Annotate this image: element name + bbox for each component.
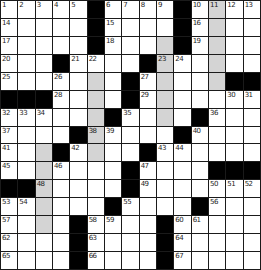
clue-number-65: 65 <box>2 252 10 260</box>
cell-r5c12[interactable] <box>192 73 208 90</box>
cell-r11c12[interactable] <box>192 180 208 197</box>
clue-number-61: 61 <box>193 216 201 224</box>
shaded-cell-r5c10[interactable] <box>157 73 173 90</box>
cell-r10c7[interactable] <box>105 162 121 179</box>
cell-r11c5[interactable] <box>70 180 86 197</box>
clue-number-53: 53 <box>2 198 10 206</box>
black-cell-r2c6 <box>88 19 104 36</box>
cell-r8c4[interactable] <box>53 127 69 144</box>
cell-r4c7[interactable] <box>105 55 121 72</box>
cell-r14c11[interactable]: 64 <box>174 234 190 251</box>
black-cell-r6c1 <box>1 91 17 108</box>
shaded-cell-r5c13[interactable] <box>209 73 225 90</box>
clue-number-35: 35 <box>123 109 131 117</box>
cell-r9c1[interactable]: 41 <box>1 144 17 161</box>
black-cell-r11c2 <box>18 180 34 197</box>
cell-r4c3[interactable] <box>36 55 52 72</box>
cell-r12c5[interactable] <box>70 198 86 215</box>
cell-r11c13[interactable]: 50 <box>209 180 225 197</box>
cell-r12c15[interactable] <box>244 198 260 215</box>
shaded-cell-r7c6[interactable] <box>88 109 104 126</box>
black-cell-r12c7 <box>105 198 121 215</box>
clue-number-33: 33 <box>19 109 27 117</box>
black-cell-r11c1 <box>1 180 17 197</box>
cell-r4c1[interactable]: 20 <box>1 55 17 72</box>
shaded-cell-r10c3[interactable] <box>36 162 52 179</box>
cell-r15c8[interactable] <box>122 252 138 269</box>
cell-r8c8[interactable] <box>122 127 138 144</box>
clue-number-58: 58 <box>89 216 97 224</box>
cell-r5c4[interactable]: 26 <box>53 73 69 90</box>
clue-number-4: 4 <box>54 1 58 9</box>
cell-r9c13[interactable] <box>209 144 225 161</box>
cell-r10c6[interactable] <box>88 162 104 179</box>
black-cell-r14c10 <box>157 234 173 251</box>
cell-r7c14[interactable] <box>226 109 242 126</box>
cell-r2c15[interactable] <box>244 19 260 36</box>
cell-r2c14[interactable] <box>226 19 242 36</box>
cell-r14c1[interactable]: 62 <box>1 234 17 251</box>
cell-r15c12[interactable] <box>192 252 208 269</box>
cell-r11c9[interactable]: 49 <box>140 180 156 197</box>
cell-r9c8[interactable] <box>122 144 138 161</box>
clue-number-47: 47 <box>141 162 149 170</box>
cell-r10c12[interactable] <box>192 162 208 179</box>
cell-r5c11[interactable] <box>174 73 190 90</box>
clue-number-50: 50 <box>210 180 218 188</box>
cell-r12c10[interactable] <box>157 198 173 215</box>
cell-r7c9[interactable] <box>140 109 156 126</box>
clue-number-43: 43 <box>158 144 166 152</box>
cell-r8c1[interactable]: 37 <box>1 127 17 144</box>
clue-number-42: 42 <box>71 144 79 152</box>
cell-r9c11[interactable]: 44 <box>174 144 190 161</box>
cell-r14c12[interactable] <box>192 234 208 251</box>
clue-number-27: 27 <box>141 73 149 81</box>
black-cell-r1c6 <box>88 1 104 18</box>
clue-number-21: 21 <box>71 55 79 63</box>
cell-r2c9[interactable] <box>140 19 156 36</box>
cell-r3c2[interactable] <box>18 37 34 54</box>
cell-r15c6[interactable]: 66 <box>88 252 104 269</box>
cell-r13c11[interactable]: 60 <box>174 216 190 233</box>
clue-number-52: 52 <box>245 180 253 188</box>
black-cell-r5c14 <box>226 73 242 90</box>
black-cell-r6c2 <box>18 91 34 108</box>
clue-number-3: 3 <box>37 1 41 9</box>
black-cell-r2c11 <box>174 19 190 36</box>
black-cell-r3c6 <box>88 37 104 54</box>
cell-r3c7[interactable]: 18 <box>105 37 121 54</box>
black-cell-r8c5 <box>70 127 86 144</box>
cell-r12c8[interactable]: 55 <box>122 198 138 215</box>
black-cell-r15c10 <box>157 252 173 269</box>
clue-number-39: 39 <box>106 127 114 135</box>
cell-r7c5[interactable] <box>70 109 86 126</box>
cell-r12c13[interactable]: 56 <box>209 198 225 215</box>
cell-r5c5[interactable] <box>70 73 86 90</box>
cell-r3c14[interactable] <box>226 37 242 54</box>
cell-r8c12[interactable]: 40 <box>192 127 208 144</box>
cell-r3c12[interactable]: 19 <box>192 37 208 54</box>
cell-r8c7[interactable]: 39 <box>105 127 121 144</box>
clue-number-19: 19 <box>193 37 201 45</box>
clue-number-60: 60 <box>175 216 183 224</box>
cell-r11c6[interactable] <box>88 180 104 197</box>
cell-r15c1[interactable]: 65 <box>1 252 17 269</box>
cell-r5c9[interactable]: 27 <box>140 73 156 90</box>
black-cell-r1c11 <box>174 1 190 18</box>
cell-r3c15[interactable] <box>244 37 260 54</box>
cell-r6c4[interactable]: 28 <box>53 91 69 108</box>
cell-r3c9[interactable] <box>140 37 156 54</box>
cell-r15c4[interactable] <box>53 252 69 269</box>
cell-r4c6[interactable]: 22 <box>88 55 104 72</box>
cell-r9c12[interactable] <box>192 144 208 161</box>
cell-r9c15[interactable] <box>244 144 260 161</box>
shaded-cell-r4c10[interactable]: 23 <box>157 55 173 72</box>
cell-r11c4[interactable] <box>53 180 69 197</box>
clue-number-57: 57 <box>2 216 10 224</box>
black-cell-r13c10 <box>157 216 173 233</box>
clue-number-56: 56 <box>210 198 218 206</box>
cell-r6c13[interactable] <box>209 91 225 108</box>
cell-r2c1[interactable]: 14 <box>1 19 17 36</box>
clue-number-20: 20 <box>2 55 10 63</box>
cell-r3c4[interactable] <box>53 37 69 54</box>
cell-r4c5[interactable]: 21 <box>70 55 86 72</box>
shaded-cell-r8c6[interactable]: 38 <box>88 127 104 144</box>
cell-r13c8[interactable] <box>122 216 138 233</box>
clue-number-45: 45 <box>2 162 10 170</box>
shaded-cell-r13c3[interactable] <box>36 216 52 233</box>
cell-r15c9[interactable] <box>140 252 156 269</box>
black-cell-r4c4 <box>53 55 69 72</box>
cell-r4c8[interactable] <box>122 55 138 72</box>
clue-number-17: 17 <box>2 37 10 45</box>
cell-r3c5[interactable] <box>70 37 86 54</box>
cell-r8c15[interactable] <box>244 127 260 144</box>
clue-number-10: 10 <box>193 1 201 9</box>
cell-r8c13[interactable] <box>209 127 225 144</box>
cell-r13c9[interactable] <box>140 216 156 233</box>
cell-r15c14[interactable] <box>226 252 242 269</box>
cell-r13c6[interactable]: 58 <box>88 216 104 233</box>
black-cell-r6c8 <box>122 91 138 108</box>
cell-r9c5[interactable]: 42 <box>70 144 86 161</box>
black-cell-r14c5 <box>70 234 86 251</box>
cell-r1c9[interactable]: 8 <box>140 1 156 18</box>
cell-r11c14[interactable]: 51 <box>226 180 242 197</box>
cell-r2c4[interactable] <box>53 19 69 36</box>
cell-r6c11[interactable] <box>174 91 190 108</box>
cell-r13c4[interactable] <box>53 216 69 233</box>
clue-number-37: 37 <box>2 127 10 135</box>
clue-number-26: 26 <box>54 73 62 81</box>
shaded-cell-r2c13[interactable] <box>209 19 225 36</box>
black-cell-r11c8 <box>122 180 138 197</box>
clue-number-51: 51 <box>227 180 235 188</box>
cell-r6c12[interactable] <box>192 91 208 108</box>
black-cell-r7c12 <box>192 109 208 126</box>
cell-r12c9[interactable] <box>140 198 156 215</box>
cell-r15c7[interactable] <box>105 252 121 269</box>
cell-r2c12[interactable]: 16 <box>192 19 208 36</box>
cell-r15c2[interactable] <box>18 252 34 269</box>
cell-r6c7[interactable] <box>105 91 121 108</box>
cell-r12c14[interactable] <box>226 198 242 215</box>
cell-r4c11[interactable]: 24 <box>174 55 190 72</box>
cell-r1c15[interactable]: 13 <box>244 1 260 18</box>
cell-r1c4[interactable]: 4 <box>53 1 69 18</box>
cell-r9c14[interactable] <box>226 144 242 161</box>
cell-r3c1[interactable]: 17 <box>1 37 17 54</box>
cell-r15c11[interactable]: 67 <box>174 252 190 269</box>
black-cell-r4c9 <box>140 55 156 72</box>
black-cell-r9c9 <box>140 144 156 161</box>
black-cell-r10c14 <box>226 162 242 179</box>
cell-r14c14[interactable] <box>226 234 242 251</box>
cell-r10c4[interactable]: 46 <box>53 162 69 179</box>
cell-r14c4[interactable] <box>53 234 69 251</box>
shaded-cell-r1c13[interactable]: 11 <box>209 1 225 18</box>
black-cell-r3c11 <box>174 37 190 54</box>
cell-r1c7[interactable]: 6 <box>105 1 121 18</box>
black-cell-r12c12 <box>192 198 208 215</box>
clue-number-38: 38 <box>89 127 97 135</box>
clue-number-15: 15 <box>106 19 114 27</box>
cell-r12c6[interactable] <box>88 198 104 215</box>
clue-number-24: 24 <box>175 55 183 63</box>
shaded-cell-r12c3[interactable] <box>36 198 52 215</box>
black-cell-r9c4 <box>53 144 69 161</box>
cell-r13c14[interactable] <box>226 216 242 233</box>
clue-number-63: 63 <box>89 234 97 242</box>
cell-r15c3[interactable] <box>36 252 52 269</box>
cell-r2c8[interactable] <box>122 19 138 36</box>
shaded-cell-r9c3[interactable] <box>36 144 52 161</box>
shaded-cell-r7c10[interactable] <box>157 109 173 126</box>
cell-r13c15[interactable] <box>244 216 260 233</box>
clue-number-48: 48 <box>37 180 45 188</box>
cell-r9c7[interactable] <box>105 144 121 161</box>
cell-r14c13[interactable] <box>209 234 225 251</box>
cell-r14c2[interactable] <box>18 234 34 251</box>
cell-r10c11[interactable] <box>174 162 190 179</box>
cell-r4c12[interactable] <box>192 55 208 72</box>
cell-r14c9[interactable] <box>140 234 156 251</box>
cell-r1c1[interactable]: 1 <box>1 1 17 18</box>
cell-r2c2[interactable] <box>18 19 34 36</box>
cell-r7c15[interactable] <box>244 109 260 126</box>
clue-number-13: 13 <box>245 1 253 9</box>
clue-number-41: 41 <box>2 144 10 152</box>
clue-number-7: 7 <box>123 1 127 9</box>
cell-r14c6[interactable]: 63 <box>88 234 104 251</box>
clue-number-28: 28 <box>54 91 62 99</box>
cell-r12c2[interactable]: 54 <box>18 198 34 215</box>
cell-r7c4[interactable] <box>53 109 69 126</box>
cell-r4c15[interactable] <box>244 55 260 72</box>
cell-r1c3[interactable]: 3 <box>36 1 52 18</box>
cell-r6c9[interactable]: 29 <box>140 91 156 108</box>
clue-number-49: 49 <box>141 180 149 188</box>
shaded-cell-r5c6[interactable] <box>88 73 104 90</box>
clue-number-16: 16 <box>193 19 201 27</box>
cell-r7c2[interactable]: 33 <box>18 109 34 126</box>
cell-r15c13[interactable] <box>209 252 225 269</box>
cell-r11c10[interactable] <box>157 180 173 197</box>
clue-number-62: 62 <box>2 234 10 242</box>
cell-r1c2[interactable]: 2 <box>18 1 34 18</box>
cell-r13c13[interactable] <box>209 216 225 233</box>
black-cell-r6c3 <box>36 91 52 108</box>
clue-number-11: 11 <box>210 1 218 9</box>
cell-r5c7[interactable] <box>105 73 121 90</box>
shaded-cell-r11c3[interactable]: 48 <box>36 180 52 197</box>
clue-number-2: 2 <box>19 1 23 9</box>
cell-r10c9[interactable]: 47 <box>140 162 156 179</box>
cell-r13c2[interactable] <box>18 216 34 233</box>
cell-r5c1[interactable]: 25 <box>1 73 17 90</box>
clue-number-23: 23 <box>158 55 166 63</box>
cell-r7c1[interactable]: 32 <box>1 109 17 126</box>
cell-r2c3[interactable] <box>36 19 52 36</box>
clue-number-30: 30 <box>227 91 235 99</box>
cell-r4c2[interactable] <box>18 55 34 72</box>
cell-r10c1[interactable]: 45 <box>1 162 17 179</box>
cell-r4c14[interactable] <box>226 55 242 72</box>
cell-r8c9[interactable] <box>140 127 156 144</box>
clue-number-55: 55 <box>123 198 131 206</box>
clue-number-12: 12 <box>227 1 235 9</box>
black-cell-r7c7 <box>105 109 121 126</box>
black-cell-r15c5 <box>70 252 86 269</box>
cell-r13c12[interactable]: 61 <box>192 216 208 233</box>
clue-number-36: 36 <box>210 109 218 117</box>
clue-number-6: 6 <box>106 1 110 9</box>
clue-number-22: 22 <box>89 55 97 63</box>
cell-r11c11[interactable] <box>174 180 190 197</box>
cell-r13c1[interactable]: 57 <box>1 216 17 233</box>
cell-r3c3[interactable] <box>36 37 52 54</box>
clue-number-5: 5 <box>71 1 75 9</box>
shaded-cell-r3c13[interactable] <box>209 37 225 54</box>
cell-r14c3[interactable] <box>36 234 52 251</box>
cell-r5c2[interactable] <box>18 73 34 90</box>
cell-r12c11[interactable] <box>174 198 190 215</box>
clue-number-66: 66 <box>89 252 97 260</box>
black-cell-r10c15 <box>244 162 260 179</box>
cell-r1c5[interactable]: 5 <box>70 1 86 18</box>
cell-r6c15[interactable]: 31 <box>244 91 260 108</box>
black-cell-r5c8 <box>122 73 138 90</box>
cell-r6c14[interactable]: 30 <box>226 91 242 108</box>
clue-number-18: 18 <box>106 37 114 45</box>
cell-r7c8[interactable]: 35 <box>122 109 138 126</box>
cell-r7c11[interactable] <box>174 109 190 126</box>
cell-r15c15[interactable] <box>244 252 260 269</box>
cell-r1c10[interactable]: 9 <box>157 1 173 18</box>
cell-r1c14[interactable]: 12 <box>226 1 242 18</box>
cell-r12c1[interactable]: 53 <box>1 198 17 215</box>
cell-r2c7[interactable]: 15 <box>105 19 121 36</box>
clue-number-31: 31 <box>245 91 253 99</box>
cell-r1c12[interactable]: 10 <box>192 1 208 18</box>
cell-r5c3[interactable] <box>36 73 52 90</box>
cell-r14c8[interactable] <box>122 234 138 251</box>
cell-r12c4[interactable] <box>53 198 69 215</box>
clue-number-46: 46 <box>54 162 62 170</box>
cell-r7c13[interactable]: 36 <box>209 109 225 126</box>
cell-r14c15[interactable] <box>244 234 260 251</box>
cell-r14c7[interactable] <box>105 234 121 251</box>
cell-r9c2[interactable] <box>18 144 34 161</box>
clue-number-44: 44 <box>175 144 183 152</box>
clue-number-54: 54 <box>19 198 27 206</box>
cell-r2c5[interactable] <box>70 19 86 36</box>
black-cell-r8c11 <box>174 127 190 144</box>
clue-number-9: 9 <box>158 1 162 9</box>
clue-number-64: 64 <box>175 234 183 242</box>
cell-r6c5[interactable] <box>70 91 86 108</box>
cell-r13c7[interactable]: 59 <box>105 216 121 233</box>
shaded-cell-r6c6[interactable] <box>88 91 104 108</box>
clue-number-29: 29 <box>141 91 149 99</box>
cell-r10c2[interactable] <box>18 162 34 179</box>
cell-r1c8[interactable]: 7 <box>122 1 138 18</box>
crossword-grid: 1234567891011121314151617181920212223242… <box>0 0 261 270</box>
cell-r11c7[interactable] <box>105 180 121 197</box>
cell-r8c2[interactable] <box>18 127 34 144</box>
cell-r9c10[interactable]: 43 <box>157 144 173 161</box>
clue-number-34: 34 <box>37 109 45 117</box>
cell-r3c8[interactable] <box>122 37 138 54</box>
cell-r2c10[interactable] <box>157 19 173 36</box>
cell-r7c3[interactable]: 34 <box>36 109 52 126</box>
clue-number-40: 40 <box>193 127 201 135</box>
shaded-cell-r3c10[interactable] <box>157 37 173 54</box>
black-cell-r5c15 <box>244 73 260 90</box>
cell-r11c15[interactable]: 52 <box>244 180 260 197</box>
clue-number-59: 59 <box>106 216 114 224</box>
clue-number-14: 14 <box>2 19 10 27</box>
shaded-cell-r4c13[interactable] <box>209 55 225 72</box>
cell-r8c10[interactable] <box>157 127 173 144</box>
clue-number-67: 67 <box>175 252 183 260</box>
clue-number-1: 1 <box>2 1 6 9</box>
clue-number-25: 25 <box>2 73 10 81</box>
clue-number-32: 32 <box>2 109 10 117</box>
shaded-cell-r9c6[interactable] <box>88 144 104 161</box>
black-cell-r10c13 <box>209 162 225 179</box>
shaded-cell-r6c10[interactable] <box>157 91 173 108</box>
clue-number-8: 8 <box>141 1 145 9</box>
black-cell-r13c5 <box>70 216 86 233</box>
cell-r10c10[interactable] <box>157 162 173 179</box>
black-cell-r10c8 <box>122 162 138 179</box>
cell-r10c5[interactable] <box>70 162 86 179</box>
cell-r8c14[interactable] <box>226 127 242 144</box>
cell-r8c3[interactable] <box>36 127 52 144</box>
